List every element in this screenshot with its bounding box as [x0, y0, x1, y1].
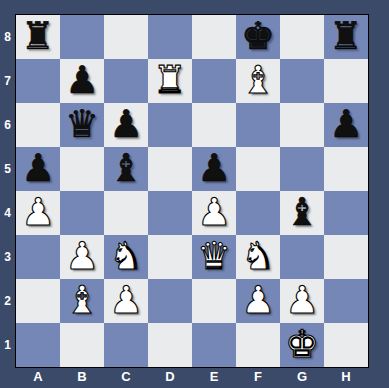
square-f6[interactable]	[236, 103, 280, 147]
square-h7[interactable]	[324, 59, 368, 103]
square-d6[interactable]	[148, 103, 192, 147]
piece-white-bishop: ♝	[236, 59, 280, 103]
square-d5[interactable]	[148, 147, 192, 191]
square-e4[interactable]: ♟	[192, 191, 236, 235]
square-a7[interactable]	[16, 59, 60, 103]
square-c2[interactable]: ♟	[104, 279, 148, 323]
piece-white-rook: ♜	[148, 59, 192, 103]
square-d1[interactable]	[148, 323, 192, 367]
square-c6[interactable]: ♟	[104, 103, 148, 147]
square-c5[interactable]: ♝	[104, 147, 148, 191]
square-h2[interactable]	[324, 279, 368, 323]
square-a1[interactable]	[16, 323, 60, 367]
square-g4[interactable]: ♝	[280, 191, 324, 235]
square-f5[interactable]	[236, 147, 280, 191]
rank-labels: 87654321	[0, 15, 15, 367]
square-d2[interactable]	[148, 279, 192, 323]
piece-black-queen: ♛	[60, 103, 104, 147]
square-h3[interactable]	[324, 235, 368, 279]
chess-board: ♜♚♜♟♜♝♛♟♟♟♝♟♟♟♝♟♞♛♞♝♟♟♟♚	[15, 14, 369, 368]
piece-black-bishop: ♝	[104, 147, 148, 191]
square-c3[interactable]: ♞	[104, 235, 148, 279]
square-f2[interactable]: ♟	[236, 279, 280, 323]
square-e3[interactable]: ♛	[192, 235, 236, 279]
square-b2[interactable]: ♝	[60, 279, 104, 323]
piece-black-pawn: ♟	[16, 147, 60, 191]
square-g5[interactable]	[280, 147, 324, 191]
rank-label-7: 7	[0, 59, 15, 103]
square-e7[interactable]	[192, 59, 236, 103]
file-labels: ABCDEFGH	[16, 367, 368, 388]
file-label-g: G	[280, 367, 324, 388]
square-d8[interactable]	[148, 15, 192, 59]
square-h4[interactable]	[324, 191, 368, 235]
file-label-b: B	[60, 367, 104, 388]
rank-label-4: 4	[0, 191, 15, 235]
square-h5[interactable]	[324, 147, 368, 191]
square-b6[interactable]: ♛	[60, 103, 104, 147]
piece-white-pawn: ♟	[60, 235, 104, 279]
square-e1[interactable]	[192, 323, 236, 367]
piece-black-pawn: ♟	[104, 103, 148, 147]
square-b3[interactable]: ♟	[60, 235, 104, 279]
square-f8[interactable]: ♚	[236, 15, 280, 59]
file-label-e: E	[192, 367, 236, 388]
square-h1[interactable]	[324, 323, 368, 367]
square-c4[interactable]	[104, 191, 148, 235]
square-f7[interactable]: ♝	[236, 59, 280, 103]
square-a8[interactable]: ♜	[16, 15, 60, 59]
piece-black-rook: ♜	[324, 15, 368, 59]
square-e8[interactable]	[192, 15, 236, 59]
piece-white-pawn: ♟	[192, 191, 236, 235]
piece-black-king: ♚	[236, 15, 280, 59]
piece-white-king: ♚	[280, 323, 324, 367]
square-c1[interactable]	[104, 323, 148, 367]
square-b5[interactable]	[60, 147, 104, 191]
square-f3[interactable]: ♞	[236, 235, 280, 279]
piece-white-queen: ♛	[192, 235, 236, 279]
square-b1[interactable]	[60, 323, 104, 367]
square-f4[interactable]	[236, 191, 280, 235]
square-g2[interactable]: ♟	[280, 279, 324, 323]
square-g6[interactable]	[280, 103, 324, 147]
square-c8[interactable]	[104, 15, 148, 59]
square-f1[interactable]	[236, 323, 280, 367]
piece-black-bishop: ♝	[280, 191, 324, 235]
chess-board-frame: 87654321 ♜♚♜♟♜♝♛♟♟♟♝♟♟♟♝♟♞♛♞♝♟♟♟♚ ABCDEF…	[0, 0, 389, 388]
piece-white-pawn: ♟	[280, 279, 324, 323]
piece-white-pawn: ♟	[104, 279, 148, 323]
rank-label-2: 2	[0, 279, 15, 323]
square-a3[interactable]	[16, 235, 60, 279]
piece-white-pawn: ♟	[16, 191, 60, 235]
piece-black-pawn: ♟	[324, 103, 368, 147]
square-a5[interactable]: ♟	[16, 147, 60, 191]
square-d3[interactable]	[148, 235, 192, 279]
square-b8[interactable]	[60, 15, 104, 59]
square-g1[interactable]: ♚	[280, 323, 324, 367]
square-h6[interactable]: ♟	[324, 103, 368, 147]
file-label-d: D	[148, 367, 192, 388]
piece-black-rook: ♜	[16, 15, 60, 59]
rank-label-5: 5	[0, 147, 15, 191]
square-b7[interactable]: ♟	[60, 59, 104, 103]
file-label-a: A	[16, 367, 60, 388]
piece-black-pawn: ♟	[192, 147, 236, 191]
file-label-c: C	[104, 367, 148, 388]
rank-label-6: 6	[0, 103, 15, 147]
square-a2[interactable]	[16, 279, 60, 323]
square-g8[interactable]	[280, 15, 324, 59]
piece-white-bishop: ♝	[60, 279, 104, 323]
file-label-f: F	[236, 367, 280, 388]
square-e5[interactable]: ♟	[192, 147, 236, 191]
square-c7[interactable]	[104, 59, 148, 103]
square-h8[interactable]: ♜	[324, 15, 368, 59]
rank-label-1: 1	[0, 323, 15, 367]
square-a6[interactable]	[16, 103, 60, 147]
rank-label-8: 8	[0, 15, 15, 59]
square-e2[interactable]	[192, 279, 236, 323]
piece-white-knight: ♞	[236, 235, 280, 279]
piece-black-pawn: ♟	[60, 59, 104, 103]
piece-white-pawn: ♟	[236, 279, 280, 323]
square-b4[interactable]	[60, 191, 104, 235]
file-label-h: H	[324, 367, 368, 388]
square-d4[interactable]	[148, 191, 192, 235]
square-g3[interactable]	[280, 235, 324, 279]
rank-label-3: 3	[0, 235, 15, 279]
square-g7[interactable]	[280, 59, 324, 103]
square-d7[interactable]: ♜	[148, 59, 192, 103]
square-a4[interactable]: ♟	[16, 191, 60, 235]
square-e6[interactable]	[192, 103, 236, 147]
piece-white-knight: ♞	[104, 235, 148, 279]
